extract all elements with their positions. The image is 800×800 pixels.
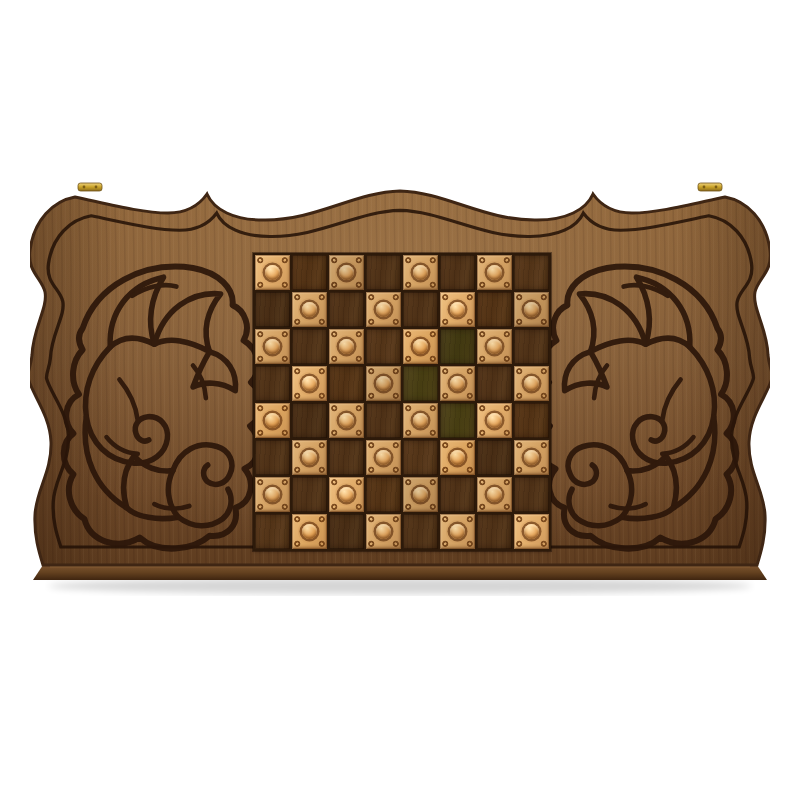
chess-square <box>329 514 364 549</box>
chess-square <box>366 514 401 549</box>
chess-square <box>403 255 438 290</box>
chess-square <box>255 292 290 327</box>
chess-square <box>329 440 364 475</box>
chess-square <box>366 329 401 364</box>
chess-square <box>403 514 438 549</box>
chess-square <box>477 329 512 364</box>
product-photo <box>0 0 800 800</box>
chess-square <box>477 440 512 475</box>
chess-square <box>440 403 475 438</box>
chess-square <box>403 477 438 512</box>
chess-square <box>440 477 475 512</box>
chess-square <box>366 440 401 475</box>
chess-square <box>514 403 549 438</box>
chess-square <box>366 292 401 327</box>
chess-square <box>292 477 327 512</box>
chess-square <box>440 255 475 290</box>
chess-square <box>514 440 549 475</box>
chess-square <box>292 440 327 475</box>
chess-square <box>514 477 549 512</box>
chess-square <box>292 255 327 290</box>
chess-square <box>477 477 512 512</box>
chess-square <box>403 403 438 438</box>
chess-square <box>477 366 512 401</box>
chess-square <box>514 366 549 401</box>
chess-square <box>292 292 327 327</box>
chess-square <box>329 292 364 327</box>
chess-square <box>255 366 290 401</box>
chess-square <box>514 292 549 327</box>
hinge-right <box>698 183 722 191</box>
chess-square <box>255 514 290 549</box>
chess-square <box>440 366 475 401</box>
chess-square <box>514 329 549 364</box>
chess-square <box>292 403 327 438</box>
chess-square <box>366 403 401 438</box>
chess-square <box>477 514 512 549</box>
chess-square <box>514 514 549 549</box>
board-shadow <box>48 578 752 594</box>
chess-square <box>255 440 290 475</box>
backgammon-case <box>30 180 770 610</box>
chess-square <box>366 477 401 512</box>
chess-square <box>366 255 401 290</box>
chess-square <box>329 255 364 290</box>
chess-square <box>292 366 327 401</box>
chess-square <box>514 255 549 290</box>
chess-square <box>477 403 512 438</box>
chess-square <box>255 477 290 512</box>
chess-square <box>255 329 290 364</box>
chess-square <box>403 292 438 327</box>
chess-square <box>477 292 512 327</box>
chess-square <box>440 440 475 475</box>
chess-square <box>440 292 475 327</box>
chess-square <box>440 329 475 364</box>
chess-square <box>440 514 475 549</box>
chess-square <box>292 329 327 364</box>
chess-square <box>329 366 364 401</box>
chessboard <box>253 253 551 551</box>
chess-square <box>366 366 401 401</box>
chess-square <box>477 255 512 290</box>
chess-square <box>403 366 438 401</box>
chess-square <box>403 329 438 364</box>
hinge-left <box>78 183 102 191</box>
chess-square <box>329 329 364 364</box>
chess-square <box>255 255 290 290</box>
chess-square <box>292 514 327 549</box>
chess-square <box>255 403 290 438</box>
chess-square <box>329 403 364 438</box>
chess-square <box>329 477 364 512</box>
chess-square <box>403 440 438 475</box>
